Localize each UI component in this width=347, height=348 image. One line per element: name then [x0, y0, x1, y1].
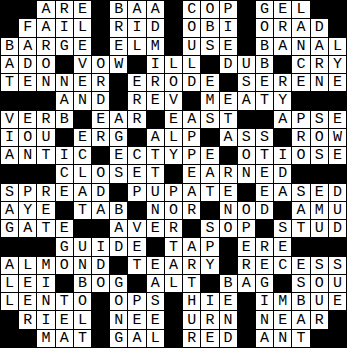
letter-cell[interactable]: I [1, 129, 18, 146]
letter-cell[interactable]: D [19, 56, 36, 73]
letter-cell[interactable]: L [147, 330, 164, 347]
letter-cell[interactable]: O [201, 1, 218, 18]
black-cell [56, 129, 73, 146]
letter-cell[interactable]: S [238, 74, 255, 91]
letter-cell[interactable]: R [183, 202, 200, 219]
letter-cell[interactable]: D [256, 202, 273, 219]
letter-cell[interactable]: O [165, 74, 182, 91]
letter-cell[interactable]: D [220, 56, 237, 73]
letter-cell[interactable]: T [37, 147, 54, 164]
letter-cell[interactable]: E [110, 147, 127, 164]
letter-cell[interactable]: P [183, 129, 200, 146]
letter-cell[interactable]: A [147, 1, 164, 18]
letter-cell[interactable]: O [92, 56, 109, 73]
letter-cell[interactable]: E [201, 330, 218, 347]
letter-cell[interactable]: I [37, 275, 54, 292]
letter-cell[interactable]: R [274, 19, 291, 36]
letter-cell[interactable]: T [56, 293, 73, 310]
letter-cell[interactable]: S [110, 165, 127, 182]
letter-cell[interactable]: P [183, 147, 200, 164]
letter-cell[interactable]: O [183, 19, 200, 36]
letter-cell[interactable]: S [292, 275, 309, 292]
letter-cell[interactable]: N [56, 74, 73, 91]
letter-cell[interactable]: L [329, 38, 346, 55]
letter-cell[interactable]: A [311, 38, 328, 55]
letter-cell[interactable]: V [128, 220, 145, 237]
letter-cell[interactable]: U [329, 202, 346, 219]
letter-cell[interactable]: A [1, 257, 18, 274]
letter-cell[interactable]: M [311, 202, 328, 219]
letter-cell[interactable]: B [110, 1, 127, 18]
letter-cell[interactable]: A [292, 311, 309, 328]
letter-cell[interactable]: C [274, 257, 291, 274]
black-cell [92, 311, 109, 328]
letter-cell[interactable]: E [329, 74, 346, 91]
letter-cell[interactable]: R [183, 330, 200, 347]
letter-cell[interactable]: A [92, 202, 109, 219]
black-cell [256, 111, 273, 128]
letter-cell[interactable]: O [311, 275, 328, 292]
letter-cell[interactable]: R [201, 311, 218, 328]
letter-cell[interactable]: N [220, 202, 237, 219]
letter-cell[interactable]: T [256, 92, 273, 109]
letter-cell[interactable]: E [238, 238, 255, 255]
letter-cell[interactable]: P [165, 184, 182, 201]
letter-cell[interactable]: T [183, 275, 200, 292]
letter-cell[interactable]: A [238, 92, 255, 109]
letter-cell[interactable]: M [201, 92, 218, 109]
letter-cell[interactable]: R [220, 165, 237, 182]
letter-cell[interactable]: Y [274, 92, 291, 109]
letter-cell[interactable]: S [292, 184, 309, 201]
black-cell [274, 129, 291, 146]
letter-cell[interactable]: A [110, 111, 127, 128]
letter-cell[interactable]: O [110, 293, 127, 310]
letter-cell[interactable]: T [147, 165, 164, 182]
letter-cell[interactable]: L [183, 56, 200, 73]
letter-cell[interactable]: G [56, 238, 73, 255]
letter-cell[interactable]: N [256, 311, 273, 328]
letter-cell[interactable]: O [92, 275, 109, 292]
letter-cell[interactable]: L [19, 257, 36, 274]
letter-cell[interactable]: S [147, 293, 164, 310]
black-cell [238, 38, 255, 55]
letter-cell[interactable]: E [56, 220, 73, 237]
letter-cell[interactable]: E [165, 111, 182, 128]
letter-cell[interactable]: B [292, 293, 309, 310]
letter-cell[interactable]: R [292, 129, 309, 146]
letter-cell[interactable]: P [238, 220, 255, 237]
letter-cell[interactable]: D [147, 19, 164, 36]
letter-cell[interactable]: A [183, 184, 200, 201]
letter-cell[interactable]: T [74, 202, 91, 219]
letter-cell[interactable]: E [274, 1, 291, 18]
letter-cell[interactable]: A [183, 238, 200, 255]
letter-cell[interactable]: N [74, 92, 91, 109]
letter-cell[interactable]: E [256, 165, 273, 182]
letter-cell[interactable]: L [74, 311, 91, 328]
letter-cell[interactable]: E [256, 74, 273, 91]
letter-cell[interactable]: D [92, 257, 109, 274]
letter-cell[interactable]: A [19, 38, 36, 55]
letter-cell[interactable]: C [292, 56, 309, 73]
letter-cell[interactable]: R [92, 129, 109, 146]
letter-cell[interactable]: I [220, 19, 237, 36]
letter-cell[interactable]: G [56, 38, 73, 55]
letter-cell[interactable]: N [220, 311, 237, 328]
letter-cell[interactable]: F [19, 19, 36, 36]
letter-cell[interactable]: A [110, 220, 127, 237]
letter-cell[interactable]: L [292, 1, 309, 18]
letter-cell[interactable]: E [329, 111, 346, 128]
letter-cell[interactable]: S [1, 184, 18, 201]
letter-cell[interactable]: S [274, 220, 291, 237]
letter-cell[interactable]: R [37, 111, 54, 128]
letter-cell[interactable]: D [92, 184, 109, 201]
letter-cell[interactable]: R [19, 311, 36, 328]
letter-cell[interactable]: N [147, 202, 164, 219]
letter-cell[interactable]: E [147, 311, 164, 328]
letter-cell[interactable]: R [165, 220, 182, 237]
letter-cell[interactable]: V [74, 56, 91, 73]
letter-cell[interactable]: M [37, 330, 54, 347]
letter-cell[interactable]: O [220, 220, 237, 237]
black-cell [147, 111, 164, 128]
letter-cell[interactable]: E [147, 257, 164, 274]
letter-cell[interactable]: I [256, 293, 273, 310]
letter-cell[interactable]: E [128, 311, 145, 328]
letter-cell[interactable]: P [220, 1, 237, 18]
letter-cell[interactable]: C [128, 147, 145, 164]
letter-cell[interactable]: N [292, 38, 309, 55]
letter-cell[interactable]: T [201, 184, 218, 201]
letter-cell[interactable]: E [256, 257, 273, 274]
letter-cell[interactable]: D [329, 184, 346, 201]
letter-cell[interactable]: I [56, 147, 73, 164]
black-cell [110, 92, 127, 109]
letter-cell[interactable]: O [92, 165, 109, 182]
letter-cell[interactable]: R [128, 111, 145, 128]
letter-cell[interactable]: L [165, 129, 182, 146]
letter-cell[interactable]: G [256, 1, 273, 18]
letter-cell[interactable]: D [110, 238, 127, 255]
letter-cell[interactable]: E [19, 275, 36, 292]
letter-cell[interactable]: U [183, 38, 200, 55]
letter-cell[interactable]: A [238, 275, 255, 292]
letter-cell[interactable]: D [220, 330, 237, 347]
letter-cell[interactable]: P [201, 238, 218, 255]
letter-cell[interactable]: N [37, 74, 54, 91]
letter-cell[interactable]: G [110, 330, 127, 347]
letter-cell[interactable]: L [165, 56, 182, 73]
letter-cell[interactable]: P [19, 184, 36, 201]
letter-cell[interactable]: A [56, 330, 73, 347]
letter-cell[interactable]: E [220, 38, 237, 55]
letter-cell[interactable]: E [74, 74, 91, 91]
letter-cell[interactable]: U [329, 275, 346, 292]
letter-cell[interactable]: B [256, 38, 273, 55]
letter-cell[interactable]: O [292, 147, 309, 164]
letter-cell[interactable]: O [311, 129, 328, 146]
letter-cell[interactable]: T [128, 257, 145, 274]
letter-cell[interactable]: I [147, 56, 164, 73]
letter-cell[interactable]: I [37, 311, 54, 328]
letter-cell[interactable]: E [37, 202, 54, 219]
letter-cell[interactable]: T [292, 330, 309, 347]
letter-cell[interactable]: A [165, 257, 182, 274]
letter-cell[interactable]: R [311, 311, 328, 328]
letter-cell[interactable]: C [183, 1, 200, 18]
letter-cell[interactable]: U [183, 311, 200, 328]
letter-cell[interactable]: L [74, 165, 91, 182]
letter-cell[interactable]: I [56, 19, 73, 36]
letter-cell[interactable]: E [128, 74, 145, 91]
letter-cell[interactable]: S [256, 129, 273, 146]
letter-cell[interactable]: R [110, 19, 127, 36]
letter-cell[interactable]: A [37, 1, 54, 18]
black-cell [128, 56, 145, 73]
letter-cell[interactable]: S [311, 147, 328, 164]
letter-cell[interactable]: A [1, 56, 18, 73]
letter-cell[interactable]: G [256, 275, 273, 292]
letter-cell[interactable]: U [311, 293, 328, 310]
letter-cell[interactable]: P [128, 293, 145, 310]
letter-cell[interactable]: G [110, 275, 127, 292]
letter-cell[interactable]: U [74, 238, 91, 255]
letter-cell[interactable]: A [292, 202, 309, 219]
letter-cell[interactable]: O [56, 257, 73, 274]
letter-cell[interactable]: W [329, 129, 346, 146]
letter-cell[interactable]: N [311, 74, 328, 91]
black-cell [256, 220, 273, 237]
letter-cell[interactable]: R [147, 74, 164, 91]
letter-cell[interactable]: E [19, 293, 36, 310]
black-cell [238, 330, 255, 347]
letter-cell[interactable]: A [147, 275, 164, 292]
letter-cell[interactable]: R [56, 1, 73, 18]
letter-cell[interactable]: R [183, 257, 200, 274]
letter-cell[interactable]: N [74, 257, 91, 274]
letter-cell[interactable]: D [329, 220, 346, 237]
letter-cell[interactable]: O [238, 202, 255, 219]
letter-cell[interactable]: A [128, 1, 145, 18]
letter-cell[interactable]: E [220, 92, 237, 109]
letter-cell[interactable]: T [37, 220, 54, 237]
letter-cell[interactable]: U [238, 56, 255, 73]
letter-cell[interactable]: E [128, 238, 145, 255]
letter-cell[interactable]: V [1, 111, 18, 128]
black-cell [183, 92, 200, 109]
letter-cell[interactable]: E [19, 111, 36, 128]
letter-cell[interactable]: E [274, 238, 291, 255]
letter-cell[interactable]: R [37, 38, 54, 55]
black-cell [165, 19, 182, 36]
letter-cell[interactable]: E [274, 311, 291, 328]
letter-cell[interactable]: A [274, 111, 291, 128]
letter-cell[interactable]: P [128, 184, 145, 201]
letter-cell[interactable]: H [183, 293, 200, 310]
letter-cell[interactable]: N [274, 330, 291, 347]
letter-cell[interactable]: A [1, 147, 18, 164]
black-cell [92, 19, 109, 36]
letter-cell[interactable]: A [292, 19, 309, 36]
letter-cell[interactable]: U [37, 129, 54, 146]
letter-cell[interactable]: B [201, 19, 218, 36]
letter-cell[interactable]: I [201, 293, 218, 310]
letter-cell[interactable]: E [92, 111, 109, 128]
letter-cell[interactable]: R [311, 56, 328, 73]
letter-cell[interactable]: A [256, 330, 273, 347]
letter-cell[interactable]: B [74, 275, 91, 292]
letter-cell[interactable]: N [37, 293, 54, 310]
letter-cell[interactable]: A [56, 92, 73, 109]
letter-cell[interactable]: A [274, 38, 291, 55]
letter-cell[interactable]: T [74, 330, 91, 347]
letter-cell[interactable]: E [183, 165, 200, 182]
letter-cell[interactable]: E [201, 147, 218, 164]
letter-cell[interactable]: P [292, 111, 309, 128]
black-cell [220, 74, 237, 91]
letter-cell[interactable]: E [19, 74, 36, 91]
letter-cell[interactable]: W [110, 56, 127, 73]
letter-cell[interactable]: S [311, 257, 328, 274]
letter-cell[interactable]: R [256, 238, 273, 255]
letter-cell[interactable]: A [74, 184, 91, 201]
letter-cell[interactable]: R [238, 257, 255, 274]
letter-cell[interactable]: E [56, 311, 73, 328]
letter-cell[interactable]: T [292, 220, 309, 237]
black-cell [1, 165, 18, 182]
letter-cell[interactable]: A [183, 111, 200, 128]
letter-cell[interactable]: Y [329, 56, 346, 73]
letter-cell[interactable]: E [128, 165, 145, 182]
letter-cell[interactable]: E [74, 38, 91, 55]
letter-cell[interactable]: U [311, 220, 328, 237]
letter-cell[interactable]: A [201, 165, 218, 182]
letter-cell[interactable]: U [147, 184, 164, 201]
black-cell [92, 220, 109, 237]
letter-cell[interactable]: E [256, 184, 273, 201]
letter-cell[interactable]: B [220, 275, 237, 292]
letter-cell[interactable]: E [147, 220, 164, 237]
letter-cell[interactable]: I [274, 147, 291, 164]
letter-cell[interactable]: L [165, 275, 182, 292]
letter-cell[interactable]: C [74, 147, 91, 164]
letter-cell[interactable]: T [1, 74, 18, 91]
black-cell [201, 56, 218, 73]
letter-cell[interactable]: B [256, 56, 273, 73]
letter-cell[interactable]: O [165, 202, 182, 219]
letter-cell[interactable]: O [74, 293, 91, 310]
letter-cell[interactable]: A [128, 330, 145, 347]
letter-cell[interactable]: M [274, 293, 291, 310]
black-cell [165, 293, 182, 310]
letter-cell[interactable]: N [238, 165, 255, 182]
letter-cell[interactable]: E [220, 184, 237, 201]
letter-cell[interactable]: D [92, 92, 109, 109]
letter-cell[interactable]: R [128, 92, 145, 109]
letter-cell[interactable]: E [292, 74, 309, 91]
letter-cell[interactable]: E [147, 92, 164, 109]
black-cell [311, 238, 328, 255]
letter-cell[interactable]: Y [201, 257, 218, 274]
letter-cell[interactable]: E [329, 147, 346, 164]
letter-cell[interactable]: S [201, 38, 218, 55]
letter-cell[interactable]: E [56, 184, 73, 201]
letter-cell[interactable]: O [19, 129, 36, 146]
letter-cell[interactable]: E [220, 293, 237, 310]
letter-cell[interactable]: N [19, 147, 36, 164]
letter-cell[interactable]: B [110, 202, 127, 219]
letter-cell[interactable]: M [37, 257, 54, 274]
letter-cell[interactable]: M [147, 38, 164, 55]
letter-cell[interactable]: S [238, 129, 255, 146]
letter-cell[interactable]: E [292, 257, 309, 274]
letter-cell[interactable]: B [56, 111, 73, 128]
letter-cell[interactable]: A [220, 129, 237, 146]
letter-cell[interactable]: T [147, 147, 164, 164]
letter-cell[interactable]: S [201, 220, 218, 237]
letter-cell[interactable]: A [1, 202, 18, 219]
letter-cell[interactable]: D [274, 165, 291, 182]
black-cell [165, 330, 182, 347]
letter-cell[interactable]: I [128, 19, 145, 36]
letter-cell[interactable]: L [128, 38, 145, 55]
letter-cell[interactable]: D [311, 19, 328, 36]
letter-cell[interactable]: E [329, 293, 346, 310]
letter-cell[interactable]: E [74, 129, 91, 146]
letter-cell[interactable]: L [74, 19, 91, 36]
letter-cell[interactable]: T [256, 147, 273, 164]
letter-cell[interactable]: S [201, 111, 218, 128]
letter-cell[interactable]: L [1, 275, 18, 292]
letter-cell[interactable]: N [110, 311, 127, 328]
letter-cell[interactable]: O [256, 19, 273, 36]
letter-cell[interactable]: G [110, 129, 127, 146]
letter-cell[interactable]: A [274, 184, 291, 201]
letter-cell[interactable]: A [147, 129, 164, 146]
letter-cell[interactable]: R [92, 74, 109, 91]
black-cell [19, 165, 36, 182]
letter-cell[interactable]: L [1, 293, 18, 310]
letter-cell[interactable]: A [19, 220, 36, 237]
letter-cell[interactable]: G [1, 220, 18, 237]
letter-cell[interactable]: E [74, 1, 91, 18]
letter-cell[interactable]: D [183, 74, 200, 91]
letter-cell[interactable]: B [1, 38, 18, 55]
letter-cell[interactable]: Y [165, 147, 182, 164]
letter-cell[interactable]: O [238, 147, 255, 164]
letter-cell[interactable]: T [220, 111, 237, 128]
letter-cell[interactable]: A [37, 19, 54, 36]
letter-cell[interactable]: R [37, 184, 54, 201]
letter-cell[interactable]: E [110, 38, 127, 55]
letter-cell[interactable]: S [311, 111, 328, 128]
letter-cell[interactable]: O [37, 56, 54, 73]
crossword-grid: AREBAACOPGELFAILRIDOBIORADBARGEELMUSEBAN… [0, 0, 347, 348]
letter-cell[interactable]: Y [19, 202, 36, 219]
black-cell [329, 165, 346, 182]
letter-cell[interactable]: V [165, 92, 182, 109]
letter-cell[interactable]: S [329, 257, 346, 274]
letter-cell[interactable]: I [92, 238, 109, 255]
black-cell [110, 74, 127, 91]
letter-cell[interactable]: T [165, 238, 182, 255]
letter-cell[interactable]: R [274, 74, 291, 91]
letter-cell[interactable]: E [311, 184, 328, 201]
letter-cell[interactable]: C [56, 165, 73, 182]
letter-cell[interactable]: E [201, 74, 218, 91]
